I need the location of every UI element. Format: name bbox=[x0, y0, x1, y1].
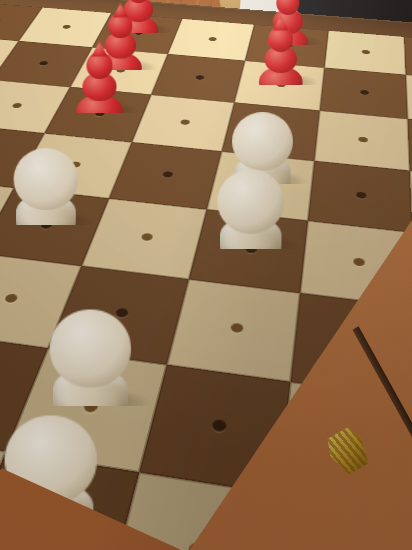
peg-hole-f2 bbox=[360, 90, 369, 95]
peg-hole-f5 bbox=[353, 258, 365, 267]
white-piece-part bbox=[217, 170, 284, 234]
peg-hole-d6 bbox=[115, 308, 130, 318]
red-piece-part bbox=[105, 32, 137, 59]
square-e5[interactable]: ⛀ bbox=[189, 209, 308, 293]
white-piece-part bbox=[50, 309, 131, 387]
square-d1[interactable] bbox=[168, 19, 255, 61]
square-f2[interactable] bbox=[320, 68, 408, 119]
square-e1[interactable]: ⛂ bbox=[245, 25, 328, 68]
white-piece-part bbox=[310, 344, 395, 426]
piece-shadow bbox=[265, 35, 324, 53]
peg-hole-d2 bbox=[195, 75, 205, 80]
square-g1[interactable]: ⛂ bbox=[404, 37, 412, 82]
peg-hole-e6 bbox=[230, 323, 244, 334]
red-piece-part bbox=[108, 13, 132, 38]
red-piece-part bbox=[273, 9, 303, 35]
red-piece-part bbox=[264, 45, 297, 73]
square-f1[interactable] bbox=[324, 31, 405, 75]
peg-hole-f1 bbox=[362, 50, 370, 55]
peg-hole-e1 bbox=[284, 43, 293, 48]
white-piece-part bbox=[5, 415, 97, 504]
square-b3[interactable] bbox=[0, 80, 70, 134]
square-a2[interactable] bbox=[0, 35, 19, 80]
square-c1[interactable]: ⛂ bbox=[92, 13, 182, 54]
peg-hole-f4 bbox=[356, 192, 367, 199]
red-piece-part bbox=[118, 16, 158, 45]
peg-hole-d3 bbox=[180, 119, 191, 125]
red-piece-part bbox=[268, 26, 293, 52]
red-piece-part bbox=[273, 16, 288, 35]
red-piece-part bbox=[276, 0, 299, 15]
square-b1[interactable] bbox=[19, 7, 112, 47]
red-piece-part bbox=[127, 0, 150, 3]
peg-hole-b1 bbox=[62, 25, 72, 29]
peg-hole-c1 bbox=[134, 31, 143, 35]
red-piece-part bbox=[259, 66, 303, 98]
square-a1[interactable] bbox=[0, 2, 42, 41]
peg-hole-d4 bbox=[162, 171, 174, 178]
square-e2[interactable]: ⛂ bbox=[234, 61, 324, 111]
peg-hole-e2 bbox=[276, 82, 285, 87]
peg-hole-f3 bbox=[358, 136, 368, 142]
red-piece-part bbox=[267, 28, 308, 57]
peg-hole-b2 bbox=[38, 61, 49, 66]
piece-shadow bbox=[256, 73, 319, 92]
square-e6[interactable] bbox=[167, 279, 300, 382]
peg-hole-d5 bbox=[141, 233, 154, 241]
piece-shadow bbox=[116, 22, 173, 39]
red-piece-part bbox=[113, 3, 128, 22]
square-e7[interactable] bbox=[139, 365, 290, 494]
peg-hole-c2 bbox=[116, 68, 126, 73]
white-piece-part bbox=[232, 112, 293, 171]
peg-hole-c6 bbox=[3, 293, 18, 303]
peg-hole-b3 bbox=[11, 103, 23, 109]
red-piece-part bbox=[124, 0, 154, 22]
peg-hole-a1 bbox=[0, 19, 1, 23]
square-d4[interactable] bbox=[109, 142, 222, 209]
square-b2[interactable] bbox=[0, 41, 92, 87]
white-piece-part bbox=[14, 148, 79, 210]
square-d2[interactable] bbox=[151, 54, 245, 103]
peg-hole-e8 bbox=[187, 542, 205, 550]
peg-hole-d1 bbox=[208, 37, 217, 41]
peg-hole-e7 bbox=[211, 419, 227, 432]
